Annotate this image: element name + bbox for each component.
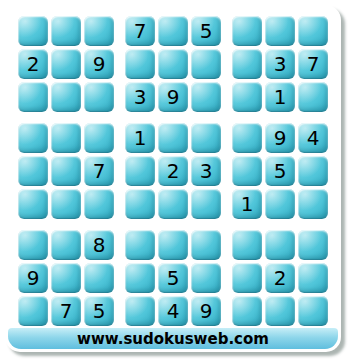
cell-r5c7[interactable] (232, 156, 262, 186)
cell-r6c9[interactable] (298, 189, 328, 219)
cell-r2c2[interactable] (51, 49, 81, 79)
box-2-1: 7 (15, 120, 117, 222)
cell-r2c4[interactable] (125, 49, 155, 79)
cell-r3c3[interactable] (84, 82, 114, 112)
cell-r4c2[interactable] (51, 123, 81, 153)
cell-r9c8[interactable] (265, 296, 295, 326)
cell-r5c9[interactable] (298, 156, 328, 186)
cell-r9c6[interactable]: 9 (191, 296, 221, 326)
cell-r1c9[interactable] (298, 16, 328, 46)
cell-r9c1[interactable] (18, 296, 48, 326)
cell-r5c3[interactable]: 7 (84, 156, 114, 186)
cell-r1c8[interactable] (265, 16, 295, 46)
box-1-1: 29 (15, 13, 117, 115)
cell-r2c6[interactable] (191, 49, 221, 79)
puzzle-frame: 2975393717123945189755492 www.sudokusweb… (5, 5, 341, 352)
cell-r9c9[interactable] (298, 296, 328, 326)
cell-r2c8[interactable]: 3 (265, 49, 295, 79)
sudoku-board: 2975393717123945189755492 (15, 13, 331, 329)
cell-r7c4[interactable] (125, 230, 155, 260)
cell-r5c1[interactable] (18, 156, 48, 186)
box-1-3: 371 (229, 13, 331, 115)
cell-r6c3[interactable] (84, 189, 114, 219)
box-2-3: 9451 (229, 120, 331, 222)
cell-r4c1[interactable] (18, 123, 48, 153)
cell-r3c7[interactable] (232, 82, 262, 112)
cell-r4c9[interactable]: 4 (298, 123, 328, 153)
cell-r6c6[interactable] (191, 189, 221, 219)
cell-r8c9[interactable] (298, 263, 328, 293)
cell-r5c6[interactable]: 3 (191, 156, 221, 186)
cell-r5c4[interactable] (125, 156, 155, 186)
cell-r1c1[interactable] (18, 16, 48, 46)
box-3-2: 549 (122, 227, 224, 329)
cell-r2c9[interactable]: 7 (298, 49, 328, 79)
cell-r6c8[interactable] (265, 189, 295, 219)
cell-r4c6[interactable] (191, 123, 221, 153)
cell-r7c2[interactable] (51, 230, 81, 260)
cell-r4c4[interactable]: 1 (125, 123, 155, 153)
cell-r9c7[interactable] (232, 296, 262, 326)
cell-r1c4[interactable]: 7 (125, 16, 155, 46)
cell-r5c8[interactable]: 5 (265, 156, 295, 186)
box-1-2: 7539 (122, 13, 224, 115)
cell-r3c2[interactable] (51, 82, 81, 112)
cell-r1c3[interactable] (84, 16, 114, 46)
cell-r7c1[interactable] (18, 230, 48, 260)
cell-r6c4[interactable] (125, 189, 155, 219)
cell-r3c6[interactable] (191, 82, 221, 112)
cell-r9c2[interactable]: 7 (51, 296, 81, 326)
cell-r8c7[interactable] (232, 263, 262, 293)
cell-r3c9[interactable] (298, 82, 328, 112)
footer-bar: www.sudokusweb.com (8, 328, 338, 349)
site-url: www.sudokusweb.com (77, 330, 269, 348)
cell-r6c2[interactable] (51, 189, 81, 219)
cell-r2c5[interactable] (158, 49, 188, 79)
cell-r7c9[interactable] (298, 230, 328, 260)
cell-r4c8[interactable]: 9 (265, 123, 295, 153)
cell-r6c7[interactable]: 1 (232, 189, 262, 219)
cell-r3c5[interactable]: 9 (158, 82, 188, 112)
cell-r8c2[interactable] (51, 263, 81, 293)
cell-r8c6[interactable] (191, 263, 221, 293)
cell-r1c5[interactable] (158, 16, 188, 46)
cell-r3c1[interactable] (18, 82, 48, 112)
box-3-3: 2 (229, 227, 331, 329)
cell-r6c1[interactable] (18, 189, 48, 219)
cell-r1c2[interactable] (51, 16, 81, 46)
cell-r9c3[interactable]: 5 (84, 296, 114, 326)
cell-r4c3[interactable] (84, 123, 114, 153)
box-2-2: 123 (122, 120, 224, 222)
cell-r1c6[interactable]: 5 (191, 16, 221, 46)
cell-r7c7[interactable] (232, 230, 262, 260)
box-3-1: 8975 (15, 227, 117, 329)
cell-r7c6[interactable] (191, 230, 221, 260)
cell-r1c7[interactable] (232, 16, 262, 46)
cell-r2c7[interactable] (232, 49, 262, 79)
cell-r7c8[interactable] (265, 230, 295, 260)
cell-r7c3[interactable]: 8 (84, 230, 114, 260)
cell-r6c5[interactable] (158, 189, 188, 219)
cell-r5c5[interactable]: 2 (158, 156, 188, 186)
cell-r8c1[interactable]: 9 (18, 263, 48, 293)
sudoku-puzzle-image: 2975393717123945189755492 www.sudokusweb… (0, 0, 350, 360)
cell-r2c1[interactable]: 2 (18, 49, 48, 79)
cell-r8c8[interactable]: 2 (265, 263, 295, 293)
cell-r8c5[interactable]: 5 (158, 263, 188, 293)
cell-r9c5[interactable]: 4 (158, 296, 188, 326)
cell-r4c5[interactable] (158, 123, 188, 153)
cell-r7c5[interactable] (158, 230, 188, 260)
cell-r2c3[interactable]: 9 (84, 49, 114, 79)
cell-r3c4[interactable]: 3 (125, 82, 155, 112)
cell-r3c8[interactable]: 1 (265, 82, 295, 112)
cell-r4c7[interactable] (232, 123, 262, 153)
cell-r9c4[interactable] (125, 296, 155, 326)
cell-r8c3[interactable] (84, 263, 114, 293)
cell-r8c4[interactable] (125, 263, 155, 293)
cell-r5c2[interactable] (51, 156, 81, 186)
